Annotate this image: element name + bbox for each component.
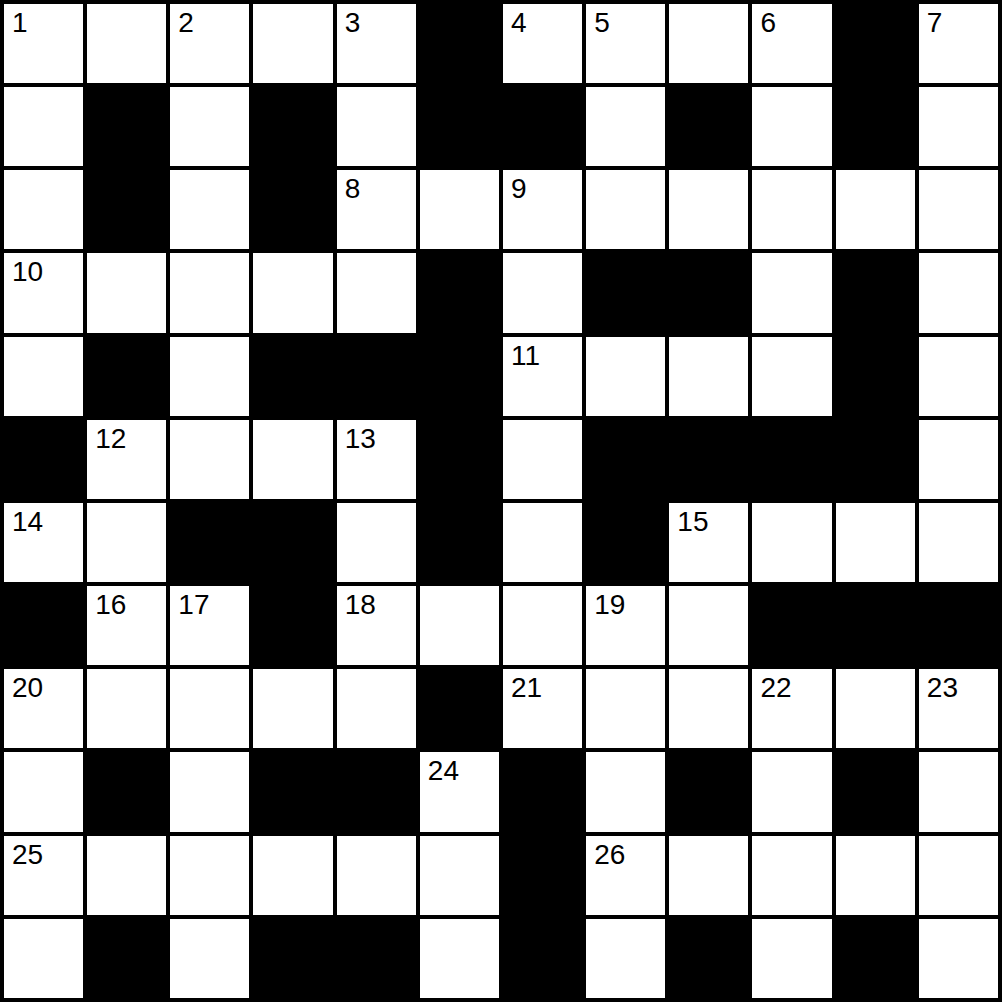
clue-number-6: 6 xyxy=(760,8,776,37)
white-cell-r5c2[interactable] xyxy=(168,418,251,501)
white-cell-r11c11[interactable] xyxy=(917,917,1000,1000)
white-cell-r8c10[interactable] xyxy=(834,667,917,750)
white-cell-r8c9[interactable]: 22 xyxy=(750,667,833,750)
white-cell-r0c9[interactable]: 6 xyxy=(750,2,833,85)
black-cell-r1c5 xyxy=(418,85,501,168)
white-cell-r0c11[interactable]: 7 xyxy=(917,2,1000,85)
clue-number-12: 12 xyxy=(95,424,126,453)
clue-number-22: 22 xyxy=(760,673,791,702)
black-cell-r7c3 xyxy=(251,584,334,667)
white-cell-r10c11[interactable] xyxy=(917,834,1000,917)
clue-number-17: 17 xyxy=(178,590,209,619)
black-cell-r5c5 xyxy=(418,418,501,501)
black-cell-r1c8 xyxy=(667,85,750,168)
crossword-board: 1234567891011121314151617181920212223242… xyxy=(0,0,1002,1002)
white-cell-r7c5[interactable] xyxy=(418,584,501,667)
white-cell-r3c2[interactable] xyxy=(168,251,251,334)
white-cell-r8c6[interactable]: 21 xyxy=(501,667,584,750)
black-cell-r11c3 xyxy=(251,917,334,1000)
clue-number-21: 21 xyxy=(511,673,542,702)
black-cell-r8c5 xyxy=(418,667,501,750)
white-cell-r5c1[interactable]: 12 xyxy=(85,418,168,501)
black-cell-r9c8 xyxy=(667,750,750,833)
black-cell-r2c1 xyxy=(85,168,168,251)
black-cell-r11c4 xyxy=(335,917,418,1000)
white-cell-r10c2[interactable] xyxy=(168,834,251,917)
black-cell-r11c1 xyxy=(85,917,168,1000)
black-cell-r4c1 xyxy=(85,335,168,418)
black-cell-r1c1 xyxy=(85,85,168,168)
white-cell-r1c4[interactable] xyxy=(335,85,418,168)
white-cell-r3c4[interactable] xyxy=(335,251,418,334)
white-cell-r7c1[interactable]: 16 xyxy=(85,584,168,667)
white-cell-r0c2[interactable]: 2 xyxy=(168,2,251,85)
white-cell-r10c4[interactable] xyxy=(335,834,418,917)
white-cell-r0c4[interactable]: 3 xyxy=(335,2,418,85)
clue-number-18: 18 xyxy=(345,590,376,619)
white-cell-r8c3[interactable] xyxy=(251,667,334,750)
white-cell-r11c2[interactable] xyxy=(168,917,251,1000)
white-cell-r6c0[interactable]: 14 xyxy=(2,501,85,584)
white-cell-r3c1[interactable] xyxy=(85,251,168,334)
white-cell-r0c3[interactable] xyxy=(251,2,334,85)
black-cell-r5c7 xyxy=(584,418,667,501)
clue-number-9: 9 xyxy=(511,174,527,203)
white-cell-r4c6[interactable]: 11 xyxy=(501,335,584,418)
clue-number-19: 19 xyxy=(594,590,625,619)
black-cell-r1c10 xyxy=(834,85,917,168)
white-cell-r2c7[interactable] xyxy=(584,168,667,251)
black-cell-r4c4 xyxy=(335,335,418,418)
white-cell-r2c2[interactable] xyxy=(168,168,251,251)
clue-number-10: 10 xyxy=(12,257,43,286)
white-cell-r11c7[interactable] xyxy=(584,917,667,1000)
black-cell-r3c5 xyxy=(418,251,501,334)
clue-number-14: 14 xyxy=(12,507,43,536)
white-cell-r10c7[interactable]: 26 xyxy=(584,834,667,917)
white-cell-r6c10[interactable] xyxy=(834,501,917,584)
white-cell-r10c1[interactable] xyxy=(85,834,168,917)
white-cell-r2c4[interactable]: 8 xyxy=(335,168,418,251)
white-cell-r5c3[interactable] xyxy=(251,418,334,501)
black-cell-r6c5 xyxy=(418,501,501,584)
white-cell-r4c9[interactable] xyxy=(750,335,833,418)
black-cell-r1c6 xyxy=(501,85,584,168)
clue-number-1: 1 xyxy=(12,8,28,37)
white-cell-r11c9[interactable] xyxy=(750,917,833,1000)
black-cell-r9c6 xyxy=(501,750,584,833)
white-cell-r0c0[interactable]: 1 xyxy=(2,2,85,85)
clue-number-2: 2 xyxy=(178,8,194,37)
black-cell-r5c9 xyxy=(750,418,833,501)
clue-number-3: 3 xyxy=(345,8,361,37)
white-cell-r3c6[interactable] xyxy=(501,251,584,334)
black-cell-r9c3 xyxy=(251,750,334,833)
white-cell-r2c10[interactable] xyxy=(834,168,917,251)
clue-number-4: 4 xyxy=(511,8,527,37)
black-cell-r4c10 xyxy=(834,335,917,418)
black-cell-r0c5 xyxy=(418,2,501,85)
black-cell-r7c11 xyxy=(917,584,1000,667)
white-cell-r5c4[interactable]: 13 xyxy=(335,418,418,501)
white-cell-r10c8[interactable] xyxy=(667,834,750,917)
black-cell-r11c10 xyxy=(834,917,917,1000)
white-cell-r6c4[interactable] xyxy=(335,501,418,584)
white-cell-r2c11[interactable] xyxy=(917,168,1000,251)
white-cell-r8c4[interactable] xyxy=(335,667,418,750)
white-cell-r4c2[interactable] xyxy=(168,335,251,418)
white-cell-r8c1[interactable] xyxy=(85,667,168,750)
black-cell-r5c10 xyxy=(834,418,917,501)
clue-number-7: 7 xyxy=(927,8,943,37)
white-cell-r0c6[interactable]: 4 xyxy=(501,2,584,85)
black-cell-r9c10 xyxy=(834,750,917,833)
clue-number-15: 15 xyxy=(677,507,708,536)
white-cell-r6c8[interactable]: 15 xyxy=(667,501,750,584)
white-cell-r9c11[interactable] xyxy=(917,750,1000,833)
clue-number-5: 5 xyxy=(594,8,610,37)
white-cell-r11c5[interactable] xyxy=(418,917,501,1000)
white-cell-r0c7[interactable]: 5 xyxy=(584,2,667,85)
clue-number-23: 23 xyxy=(927,673,958,702)
black-cell-r3c8 xyxy=(667,251,750,334)
black-cell-r5c8 xyxy=(667,418,750,501)
clue-number-24: 24 xyxy=(428,756,459,785)
white-cell-r9c7[interactable] xyxy=(584,750,667,833)
white-cell-r2c5[interactable] xyxy=(418,168,501,251)
white-cell-r2c6[interactable]: 9 xyxy=(501,168,584,251)
black-cell-r6c3 xyxy=(251,501,334,584)
white-cell-r11c0[interactable] xyxy=(2,917,85,1000)
white-cell-r1c2[interactable] xyxy=(168,85,251,168)
black-cell-r7c9 xyxy=(750,584,833,667)
black-cell-r0c10 xyxy=(834,2,917,85)
white-cell-r4c0[interactable] xyxy=(2,335,85,418)
black-cell-r4c3 xyxy=(251,335,334,418)
clue-number-16: 16 xyxy=(95,590,126,619)
white-cell-r7c7[interactable]: 19 xyxy=(584,584,667,667)
white-cell-r10c9[interactable] xyxy=(750,834,833,917)
white-cell-r3c9[interactable] xyxy=(750,251,833,334)
black-cell-r2c3 xyxy=(251,168,334,251)
white-cell-r3c3[interactable] xyxy=(251,251,334,334)
clue-number-25: 25 xyxy=(12,840,43,869)
white-cell-r8c11[interactable]: 23 xyxy=(917,667,1000,750)
white-cell-r5c11[interactable] xyxy=(917,418,1000,501)
clue-number-11: 11 xyxy=(511,341,540,370)
white-cell-r1c9[interactable] xyxy=(750,85,833,168)
black-cell-r9c4 xyxy=(335,750,418,833)
white-cell-r2c8[interactable] xyxy=(667,168,750,251)
white-cell-r4c7[interactable] xyxy=(584,335,667,418)
clue-number-8: 8 xyxy=(345,174,361,203)
white-cell-r9c0[interactable] xyxy=(2,750,85,833)
black-cell-r5c0 xyxy=(2,418,85,501)
white-cell-r6c11[interactable] xyxy=(917,501,1000,584)
white-cell-r2c9[interactable] xyxy=(750,168,833,251)
black-cell-r6c7 xyxy=(584,501,667,584)
white-cell-r0c1[interactable] xyxy=(85,2,168,85)
white-cell-r7c6[interactable] xyxy=(501,584,584,667)
white-cell-r4c11[interactable] xyxy=(917,335,1000,418)
white-cell-r8c7[interactable] xyxy=(584,667,667,750)
black-cell-r4c5 xyxy=(418,335,501,418)
black-cell-r11c6 xyxy=(501,917,584,1000)
clue-number-26: 26 xyxy=(594,840,625,869)
white-cell-r9c9[interactable] xyxy=(750,750,833,833)
white-cell-r6c1[interactable] xyxy=(85,501,168,584)
white-cell-r8c0[interactable]: 20 xyxy=(2,667,85,750)
white-cell-r7c4[interactable]: 18 xyxy=(335,584,418,667)
white-cell-r10c0[interactable]: 25 xyxy=(2,834,85,917)
white-cell-r7c2[interactable]: 17 xyxy=(168,584,251,667)
white-cell-r6c9[interactable] xyxy=(750,501,833,584)
white-cell-r0c8[interactable] xyxy=(667,2,750,85)
white-cell-r7c8[interactable] xyxy=(667,584,750,667)
white-cell-r5c6[interactable] xyxy=(501,418,584,501)
black-cell-r9c1 xyxy=(85,750,168,833)
white-cell-r4c8[interactable] xyxy=(667,335,750,418)
white-cell-r3c0[interactable]: 10 xyxy=(2,251,85,334)
white-cell-r10c10[interactable] xyxy=(834,834,917,917)
black-cell-r3c7 xyxy=(584,251,667,334)
white-cell-r8c8[interactable] xyxy=(667,667,750,750)
white-cell-r10c5[interactable] xyxy=(418,834,501,917)
white-cell-r1c11[interactable] xyxy=(917,85,1000,168)
black-cell-r7c0 xyxy=(2,584,85,667)
clue-number-20: 20 xyxy=(12,673,43,702)
white-cell-r1c0[interactable] xyxy=(2,85,85,168)
white-cell-r9c2[interactable] xyxy=(168,750,251,833)
white-cell-r2c0[interactable] xyxy=(2,168,85,251)
white-cell-r1c7[interactable] xyxy=(584,85,667,168)
black-cell-r10c6 xyxy=(501,834,584,917)
white-cell-r9c5[interactable]: 24 xyxy=(418,750,501,833)
black-cell-r11c8 xyxy=(667,917,750,1000)
black-cell-r6c2 xyxy=(168,501,251,584)
black-cell-r3c10 xyxy=(834,251,917,334)
white-cell-r10c3[interactable] xyxy=(251,834,334,917)
black-cell-r7c10 xyxy=(834,584,917,667)
black-cell-r1c3 xyxy=(251,85,334,168)
white-cell-r8c2[interactable] xyxy=(168,667,251,750)
white-cell-r3c11[interactable] xyxy=(917,251,1000,334)
white-cell-r6c6[interactable] xyxy=(501,501,584,584)
clue-number-13: 13 xyxy=(345,424,376,453)
